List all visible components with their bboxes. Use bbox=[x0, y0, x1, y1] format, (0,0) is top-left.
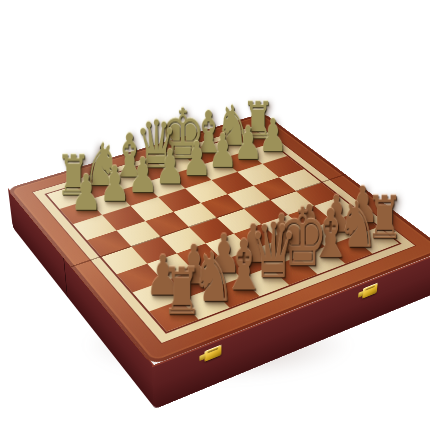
board-top: ♜♞♝♛♚♝♞♜♟♟♟♟♟♟♟♟♟♟♟♟♟♟♟♟♜♞♝♛♚♝♞♜ bbox=[6, 113, 430, 366]
gold-clasp-icon bbox=[205, 344, 222, 361]
gold-clasp-icon bbox=[362, 283, 378, 299]
piece-black-king: ♚ bbox=[133, 101, 232, 170]
chess-set-photo: ♜♞♝♛♚♝♞♜♟♟♟♟♟♟♟♟♟♟♟♟♟♟♟♟♜♞♝♛♚♝♞♜ bbox=[0, 0, 430, 430]
piece-black-rook: ♜ bbox=[210, 96, 305, 147]
square-e1: ♚ bbox=[270, 257, 318, 285]
perspective-container: ♜♞♝♛♚♝♞♜♟♟♟♟♟♟♟♟♟♟♟♟♟♟♟♟♜♞♝♛♚♝♞♜ bbox=[0, 0, 430, 430]
piece-black-bishop: ♝ bbox=[79, 126, 180, 186]
chess-board: ♜♞♝♛♚♝♞♜♟♟♟♟♟♟♟♟♟♟♟♟♟♟♟♟♜♞♝♛♚♝♞♜ bbox=[6, 113, 430, 366]
square-h3 bbox=[314, 197, 358, 221]
